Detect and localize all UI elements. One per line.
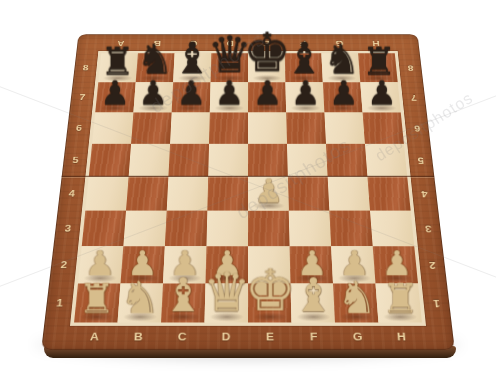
piece-black-pawn-f7[interactable]: ♟ [290, 76, 320, 109]
square-a7[interactable]: ♟ [95, 82, 135, 112]
photo-canvas: ♜♞♝♛♚♝♞♜♟♟♟♟♟♟♟♟♟♟♟♟♟♟♟♟♜♞♝♛♚♝♞♜ 8877665… [0, 0, 496, 379]
square-g5[interactable] [326, 144, 367, 177]
chess-board-grid: ♜♞♝♛♚♝♞♜♟♟♟♟♟♟♟♟♟♟♟♟♟♟♟♟♜♞♝♛♚♝♞♜ [74, 53, 422, 322]
rank-label-left-2: 2 [54, 258, 73, 271]
square-e1[interactable]: ♚ [248, 283, 291, 322]
file-label-bottom-b: B [129, 330, 149, 344]
square-f7[interactable]: ♟ [285, 82, 324, 112]
square-e7[interactable]: ♟ [248, 82, 286, 112]
rank-label-left-1: 1 [50, 296, 70, 309]
square-a1[interactable]: ♜ [74, 283, 120, 322]
file-label-bottom-g: G [348, 330, 368, 344]
square-h6[interactable] [363, 112, 404, 143]
square-a5[interactable] [89, 144, 131, 177]
square-b3[interactable] [123, 211, 166, 247]
square-c6[interactable] [170, 112, 210, 143]
piece-white-rook-a1[interactable]: ♜ [78, 278, 114, 319]
square-c4[interactable] [167, 176, 209, 210]
rank-label-left-3: 3 [58, 222, 77, 234]
piece-black-pawn-a7[interactable]: ♟ [100, 76, 130, 109]
square-g4[interactable] [328, 176, 370, 210]
chess-board: ♜♞♝♛♚♝♞♜♟♟♟♟♟♟♟♟♟♟♟♟♟♟♟♟♜♞♝♛♚♝♞♜ 8877665… [41, 34, 455, 350]
rank-label-right-3: 3 [419, 222, 438, 234]
piece-white-bishop-c1[interactable]: ♝ [162, 273, 203, 319]
file-label-bottom-d: D [217, 330, 236, 344]
square-d6[interactable] [209, 112, 248, 143]
board-inner-mat: ♜♞♝♛♚♝♞♜♟♟♟♟♟♟♟♟♟♟♟♟♟♟♟♟♜♞♝♛♚♝♞♜ [70, 51, 426, 326]
piece-black-pawn-d7[interactable]: ♟ [214, 76, 244, 109]
square-g7[interactable]: ♟ [323, 82, 363, 112]
rank-label-right-7: 7 [405, 92, 422, 102]
piece-black-king-e8[interactable]: ♚ [243, 26, 291, 79]
rank-label-right-5: 5 [412, 154, 430, 165]
square-c1[interactable]: ♝ [161, 283, 205, 322]
square-c5[interactable] [168, 144, 209, 177]
square-e4[interactable]: ♟ [248, 176, 289, 210]
rank-label-left-6: 6 [70, 123, 88, 134]
square-c3[interactable] [165, 211, 207, 247]
piece-black-pawn-c7[interactable]: ♟ [176, 76, 206, 109]
file-label-bottom-f: F [304, 330, 323, 344]
piece-white-knight-g1[interactable]: ♞ [337, 275, 377, 319]
square-g1[interactable]: ♞ [333, 283, 378, 322]
square-h7[interactable]: ♟ [360, 82, 400, 112]
square-a6[interactable] [92, 112, 133, 143]
square-b1[interactable]: ♞ [118, 283, 163, 322]
rank-label-right-4: 4 [415, 188, 433, 200]
rank-label-left-7: 7 [74, 92, 91, 102]
piece-black-pawn-g7[interactable]: ♟ [328, 76, 358, 109]
square-f5[interactable] [287, 144, 328, 177]
square-e3[interactable] [248, 211, 290, 247]
piece-white-pawn-e4[interactable]: ♟ [254, 175, 283, 208]
file-label-bottom-h: H [392, 330, 412, 344]
square-h3[interactable] [370, 211, 414, 247]
piece-white-knight-b1[interactable]: ♞ [120, 275, 160, 319]
square-h1[interactable]: ♜ [376, 283, 422, 322]
square-f3[interactable] [289, 211, 331, 247]
piece-black-pawn-e7[interactable]: ♟ [252, 76, 282, 109]
rank-label-left-4: 4 [62, 188, 80, 200]
square-h5[interactable] [365, 144, 407, 177]
square-d7[interactable]: ♟ [210, 82, 248, 112]
rank-label-right-6: 6 [408, 123, 426, 134]
file-label-bottom-c: C [173, 330, 192, 344]
board-scene: ♜♞♝♛♚♝♞♜♟♟♟♟♟♟♟♟♟♟♟♟♟♟♟♟♜♞♝♛♚♝♞♜ 8877665… [28, 0, 468, 350]
square-a4[interactable] [85, 176, 128, 210]
piece-black-pawn-h7[interactable]: ♟ [367, 76, 397, 109]
square-b6[interactable] [131, 112, 172, 143]
piece-white-king-e1[interactable]: ♚ [244, 262, 295, 319]
square-d4[interactable] [207, 176, 248, 210]
square-d3[interactable] [206, 211, 248, 247]
piece-white-rook-h1[interactable]: ♜ [382, 278, 418, 319]
square-d1[interactable]: ♛ [205, 283, 248, 322]
square-d5[interactable] [208, 144, 248, 177]
rank-label-right-8: 8 [402, 63, 419, 73]
square-g3[interactable] [329, 211, 372, 247]
square-g6[interactable] [324, 112, 365, 143]
square-e6[interactable] [248, 112, 287, 143]
square-a3[interactable] [82, 211, 126, 247]
rank-label-right-2: 2 [423, 258, 442, 271]
rank-label-left-5: 5 [66, 154, 84, 165]
square-h4[interactable] [367, 176, 410, 210]
rank-label-right-1: 1 [427, 296, 447, 309]
square-b7[interactable]: ♟ [133, 82, 173, 112]
square-f6[interactable] [286, 112, 326, 143]
piece-black-pawn-b7[interactable]: ♟ [138, 76, 168, 109]
square-c7[interactable]: ♟ [172, 82, 211, 112]
file-label-bottom-a: A [85, 330, 105, 344]
square-f1[interactable]: ♝ [291, 283, 335, 322]
rank-label-left-8: 8 [77, 63, 94, 73]
square-b5[interactable] [129, 144, 170, 177]
square-b4[interactable] [126, 176, 168, 210]
square-f4[interactable] [288, 176, 330, 210]
piece-white-queen-d1[interactable]: ♛ [202, 265, 250, 319]
piece-white-bishop-f1[interactable]: ♝ [292, 273, 333, 319]
file-label-bottom-e: E [261, 330, 280, 344]
